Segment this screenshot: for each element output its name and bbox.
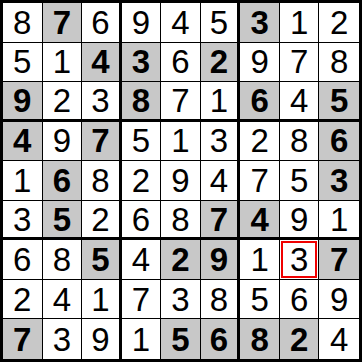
- cell-r2c4[interactable]: 3: [122, 43, 162, 83]
- cell-r4c8[interactable]: 8: [280, 122, 320, 162]
- cell-r6c2[interactable]: 5: [43, 201, 83, 241]
- cell-r4c7[interactable]: 2: [240, 122, 280, 162]
- cell-r6c8[interactable]: 9: [280, 201, 320, 241]
- cell-r5c3[interactable]: 8: [82, 161, 122, 201]
- cell-r2c5[interactable]: 6: [161, 43, 201, 83]
- cell-r8c8[interactable]: 6: [280, 280, 320, 320]
- cell-r9c7[interactable]: 8: [240, 319, 280, 359]
- cell-r4c3[interactable]: 7: [82, 122, 122, 162]
- cell-r4c5[interactable]: 1: [161, 122, 201, 162]
- cell-r2c9[interactable]: 8: [319, 43, 359, 83]
- cell-r8c2[interactable]: 4: [43, 280, 83, 320]
- cell-r1c7[interactable]: 3: [240, 3, 280, 43]
- cell-r7c8[interactable]: 3: [280, 240, 320, 280]
- cell-r3c1[interactable]: 9: [3, 82, 43, 122]
- cell-r8c7[interactable]: 5: [240, 280, 280, 320]
- cell-r5c9[interactable]: 3: [319, 161, 359, 201]
- cell-r9c4[interactable]: 1: [122, 319, 162, 359]
- cell-r7c6[interactable]: 9: [201, 240, 241, 280]
- cell-r1c8[interactable]: 1: [280, 3, 320, 43]
- cell-r7c9[interactable]: 7: [319, 240, 359, 280]
- cell-r7c2[interactable]: 8: [43, 240, 83, 280]
- cell-r4c1[interactable]: 4: [3, 122, 43, 162]
- cell-r7c7[interactable]: 1: [240, 240, 280, 280]
- cell-r5c2[interactable]: 6: [43, 161, 83, 201]
- cell-r5c7[interactable]: 7: [240, 161, 280, 201]
- cell-r6c5[interactable]: 8: [161, 201, 201, 241]
- cell-r8c1[interactable]: 2: [3, 280, 43, 320]
- cell-r4c4[interactable]: 5: [122, 122, 162, 162]
- cell-r9c3[interactable]: 9: [82, 319, 122, 359]
- cell-r6c4[interactable]: 6: [122, 201, 162, 241]
- cell-r8c9[interactable]: 9: [319, 280, 359, 320]
- cell-r2c6[interactable]: 2: [201, 43, 241, 83]
- cell-r7c5[interactable]: 2: [161, 240, 201, 280]
- cell-r7c4[interactable]: 4: [122, 240, 162, 280]
- cell-r8c5[interactable]: 3: [161, 280, 201, 320]
- cell-r9c1[interactable]: 7: [3, 319, 43, 359]
- cell-r6c6[interactable]: 7: [201, 201, 241, 241]
- cell-r9c6[interactable]: 6: [201, 319, 241, 359]
- cell-r3c7[interactable]: 6: [240, 82, 280, 122]
- cell-r1c3[interactable]: 6: [82, 3, 122, 43]
- cell-r2c7[interactable]: 9: [240, 43, 280, 83]
- cell-r3c6[interactable]: 1: [201, 82, 241, 122]
- cell-r4c2[interactable]: 9: [43, 122, 83, 162]
- cell-r2c8[interactable]: 7: [280, 43, 320, 83]
- cell-r3c5[interactable]: 7: [161, 82, 201, 122]
- sudoku-board: 8769453125143629789238716454975132861682…: [0, 0, 362, 362]
- cell-r9c5[interactable]: 5: [161, 319, 201, 359]
- cell-r2c3[interactable]: 4: [82, 43, 122, 83]
- cell-r1c2[interactable]: 7: [43, 3, 83, 43]
- cell-r1c1[interactable]: 8: [3, 3, 43, 43]
- cell-r6c3[interactable]: 2: [82, 201, 122, 241]
- cell-r1c9[interactable]: 2: [319, 3, 359, 43]
- cell-r9c2[interactable]: 3: [43, 319, 83, 359]
- cell-r7c1[interactable]: 6: [3, 240, 43, 280]
- cell-r2c1[interactable]: 5: [3, 43, 43, 83]
- cell-r5c6[interactable]: 4: [201, 161, 241, 201]
- cell-r2c2[interactable]: 1: [43, 43, 83, 83]
- cell-r6c7[interactable]: 4: [240, 201, 280, 241]
- cell-r8c4[interactable]: 7: [122, 280, 162, 320]
- cell-r3c9[interactable]: 5: [319, 82, 359, 122]
- cell-r8c3[interactable]: 1: [82, 280, 122, 320]
- cell-r3c3[interactable]: 3: [82, 82, 122, 122]
- cell-r6c9[interactable]: 1: [319, 201, 359, 241]
- cell-r3c8[interactable]: 4: [280, 82, 320, 122]
- cell-r1c6[interactable]: 5: [201, 3, 241, 43]
- cell-r9c8[interactable]: 2: [280, 319, 320, 359]
- cell-r5c1[interactable]: 1: [3, 161, 43, 201]
- cell-r4c9[interactable]: 6: [319, 122, 359, 162]
- cell-r9c9[interactable]: 4: [319, 319, 359, 359]
- cell-r1c4[interactable]: 9: [122, 3, 162, 43]
- cell-r5c5[interactable]: 9: [161, 161, 201, 201]
- cell-r7c3[interactable]: 5: [82, 240, 122, 280]
- cell-r1c5[interactable]: 4: [161, 3, 201, 43]
- cell-r5c4[interactable]: 2: [122, 161, 162, 201]
- cell-r3c2[interactable]: 2: [43, 82, 83, 122]
- cell-r4c6[interactable]: 3: [201, 122, 241, 162]
- cell-r6c1[interactable]: 3: [3, 201, 43, 241]
- cell-r3c4[interactable]: 8: [122, 82, 162, 122]
- cell-r5c8[interactable]: 5: [280, 161, 320, 201]
- cell-r8c6[interactable]: 8: [201, 280, 241, 320]
